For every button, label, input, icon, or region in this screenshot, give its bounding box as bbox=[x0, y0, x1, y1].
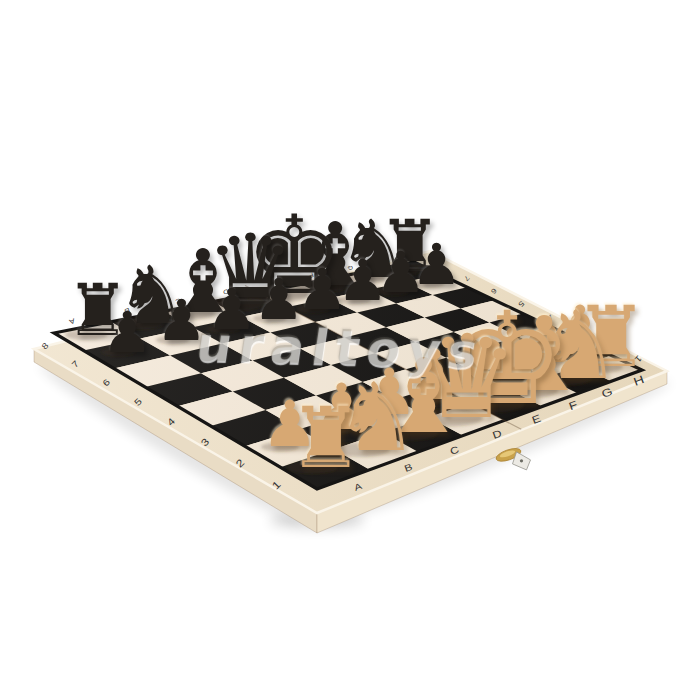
file-label-far-f: F bbox=[308, 272, 314, 279]
product-photo: AABBCCDDEEFFGGHH1122334455667788 ♜♞♟♝♟♚♟… bbox=[0, 0, 700, 700]
file-label-far-c: C bbox=[174, 296, 182, 305]
file-label-far-b: B bbox=[123, 306, 131, 315]
file-label-far-d: D bbox=[222, 288, 229, 296]
chess-board: AABBCCDDEEFFGGHH1122334455667788 bbox=[0, 0, 700, 700]
file-label-far-a: A bbox=[67, 317, 76, 327]
